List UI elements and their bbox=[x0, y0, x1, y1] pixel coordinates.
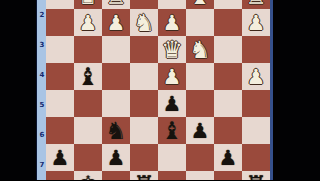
square-h3[interactable] bbox=[46, 36, 74, 63]
white-pawn-g2[interactable]: ♟ bbox=[79, 12, 98, 33]
square-e5[interactable] bbox=[130, 90, 158, 117]
square-f4[interactable] bbox=[102, 63, 130, 90]
square-b1[interactable] bbox=[214, 0, 242, 9]
square-h8[interactable] bbox=[46, 171, 74, 180]
square-h2[interactable] bbox=[46, 9, 74, 36]
square-f3[interactable] bbox=[102, 36, 130, 63]
square-g3[interactable] bbox=[74, 36, 102, 63]
black-pawn-d5[interactable]: ♟ bbox=[163, 93, 182, 114]
square-b5[interactable] bbox=[214, 90, 242, 117]
black-pawn-h7[interactable]: ♟ bbox=[51, 147, 70, 168]
square-h1[interactable] bbox=[46, 0, 74, 9]
black-pawn-b7[interactable]: ♟ bbox=[219, 147, 238, 168]
square-b6[interactable] bbox=[214, 117, 242, 144]
black-rook-e8[interactable]: ♜ bbox=[133, 173, 155, 181]
square-a6[interactable] bbox=[242, 117, 270, 144]
board-right-edge-line bbox=[270, 0, 273, 180]
square-b3[interactable] bbox=[214, 36, 242, 63]
square-e4[interactable] bbox=[130, 63, 158, 90]
white-bishop-c1[interactable]: ♝ bbox=[189, 0, 211, 8]
square-b2[interactable] bbox=[214, 9, 242, 36]
white-pawn-a2[interactable]: ♟ bbox=[247, 12, 266, 33]
black-king-g8[interactable]: ♚ bbox=[77, 173, 99, 181]
black-bishop-d6[interactable]: ♝ bbox=[161, 119, 183, 143]
square-g6[interactable] bbox=[74, 117, 102, 144]
square-c7[interactable] bbox=[186, 144, 214, 171]
black-knight-f6[interactable]: ♞ bbox=[105, 119, 127, 143]
square-g5[interactable] bbox=[74, 90, 102, 117]
white-knight-e2[interactable]: ♞ bbox=[133, 11, 155, 35]
white-king-g1[interactable]: ♚ bbox=[77, 0, 99, 8]
square-c8[interactable] bbox=[186, 171, 214, 180]
square-a7[interactable] bbox=[242, 144, 270, 171]
chess-app-window: 234567 ♚♜♝♜♟♟♞♟♟♛♞♝♟♟♟♞♝♟♟♟♟♚♜♜ bbox=[0, 0, 320, 180]
square-c2[interactable] bbox=[186, 9, 214, 36]
square-c4[interactable] bbox=[186, 63, 214, 90]
square-g7[interactable] bbox=[74, 144, 102, 171]
square-h6[interactable] bbox=[46, 117, 74, 144]
white-pawn-a4[interactable]: ♟ bbox=[247, 66, 266, 87]
white-pawn-f2[interactable]: ♟ bbox=[107, 12, 126, 33]
square-e6[interactable] bbox=[130, 117, 158, 144]
black-rook-a8[interactable]: ♜ bbox=[245, 173, 267, 181]
square-e7[interactable] bbox=[130, 144, 158, 171]
square-a3[interactable] bbox=[242, 36, 270, 63]
square-c5[interactable] bbox=[186, 90, 214, 117]
black-pawn-f7[interactable]: ♟ bbox=[107, 147, 126, 168]
white-knight-c3[interactable]: ♞ bbox=[189, 38, 211, 62]
square-f8[interactable] bbox=[102, 171, 130, 180]
square-d7[interactable] bbox=[158, 144, 186, 171]
square-f5[interactable] bbox=[102, 90, 130, 117]
white-pawn-d4[interactable]: ♟ bbox=[163, 66, 182, 87]
square-b4[interactable] bbox=[214, 63, 242, 90]
white-rook-a1[interactable]: ♜ bbox=[245, 0, 267, 8]
black-pawn-c6[interactable]: ♟ bbox=[191, 120, 210, 141]
square-h4[interactable] bbox=[46, 63, 74, 90]
square-e3[interactable] bbox=[130, 36, 158, 63]
black-bishop-g4[interactable]: ♝ bbox=[77, 65, 99, 89]
chess-board: ♚♜♝♜♟♟♞♟♟♛♞♝♟♟♟♞♝♟♟♟♟♚♜♜ bbox=[46, 0, 270, 180]
white-pawn-d2[interactable]: ♟ bbox=[163, 12, 182, 33]
white-rook-f1[interactable]: ♜ bbox=[105, 0, 127, 8]
square-b8[interactable] bbox=[214, 171, 242, 180]
square-d8[interactable] bbox=[158, 171, 186, 180]
square-h5[interactable] bbox=[46, 90, 74, 117]
white-queen-d3[interactable]: ♛ bbox=[161, 38, 183, 62]
square-d1[interactable] bbox=[158, 0, 186, 9]
square-a5[interactable] bbox=[242, 90, 270, 117]
